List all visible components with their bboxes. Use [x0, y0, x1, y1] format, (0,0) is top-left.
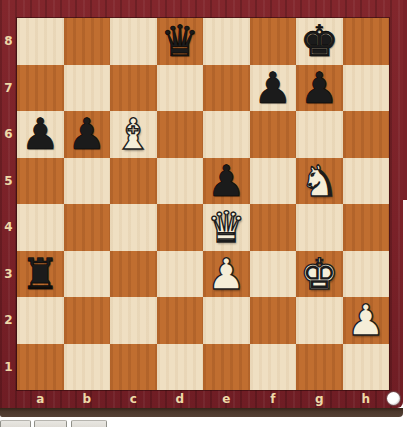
bottom-button-1[interactable]: [0, 420, 31, 427]
square-c8[interactable]: [110, 18, 157, 65]
rank-label-4: 4: [0, 204, 17, 251]
square-d5[interactable]: [157, 158, 204, 205]
square-f3[interactable]: [250, 251, 297, 298]
board-shadow: [0, 408, 403, 417]
square-f4[interactable]: [250, 204, 297, 251]
file-label-d: d: [157, 390, 204, 408]
file-label-h: h: [343, 390, 390, 408]
square-b4[interactable]: [64, 204, 111, 251]
square-h1[interactable]: [343, 344, 390, 391]
piece-black-pawn-f7[interactable]: ♟: [253, 65, 292, 112]
piece-white-bishop-c6[interactable]: ♝: [114, 111, 153, 158]
file-label-c: c: [110, 390, 157, 408]
rank-label-1: 1: [0, 344, 17, 391]
piece-black-king-g8[interactable]: ♚: [300, 18, 339, 65]
square-h7[interactable]: [343, 65, 390, 112]
square-h3[interactable]: [343, 251, 390, 298]
square-b7[interactable]: [64, 65, 111, 112]
square-f8[interactable]: [250, 18, 297, 65]
square-d6[interactable]: [157, 111, 204, 158]
piece-black-pawn-b6[interactable]: ♟: [67, 111, 106, 158]
square-f5[interactable]: [250, 158, 297, 205]
square-g4[interactable]: [296, 204, 343, 251]
piece-black-pawn-e5[interactable]: ♟: [207, 158, 246, 205]
square-c6[interactable]: ♝: [110, 111, 157, 158]
square-e5[interactable]: ♟: [203, 158, 250, 205]
bottom-button-3[interactable]: [71, 420, 107, 427]
square-h6[interactable]: [343, 111, 390, 158]
rank-label-5: 5: [0, 158, 17, 205]
square-c1[interactable]: [110, 344, 157, 391]
square-a6[interactable]: ♟: [17, 111, 64, 158]
rank-label-8: 8: [0, 18, 17, 65]
square-d7[interactable]: [157, 65, 204, 112]
square-f2[interactable]: [250, 297, 297, 344]
square-b3[interactable]: [64, 251, 111, 298]
square-g7[interactable]: ♟: [296, 65, 343, 112]
square-e3[interactable]: ♟: [203, 251, 250, 298]
square-d1[interactable]: [157, 344, 204, 391]
rank-label-6: 6: [0, 111, 17, 158]
square-b2[interactable]: [64, 297, 111, 344]
square-e1[interactable]: [203, 344, 250, 391]
file-label-g: g: [296, 390, 343, 408]
square-h8[interactable]: [343, 18, 390, 65]
square-e4[interactable]: ♛: [203, 204, 250, 251]
file-label-b: b: [64, 390, 111, 408]
square-d2[interactable]: [157, 297, 204, 344]
square-h2[interactable]: ♟: [343, 297, 390, 344]
square-a3[interactable]: ♜: [17, 251, 64, 298]
piece-black-pawn-g7[interactable]: ♟: [300, 65, 339, 112]
board-grid: ♛♚♟♟♟♟♝♟♞♛♜♟♚♟: [17, 18, 389, 390]
piece-black-rook-a3[interactable]: ♜: [21, 251, 60, 298]
chess-app: ♛♚♟♟♟♟♝♟♞♛♜♟♚♟ 87654321abcdefgh: [0, 0, 407, 427]
square-a2[interactable]: [17, 297, 64, 344]
square-f1[interactable]: [250, 344, 297, 391]
piece-white-knight-g5[interactable]: ♞: [300, 158, 339, 205]
square-g2[interactable]: [296, 297, 343, 344]
square-a5[interactable]: [17, 158, 64, 205]
rank-label-7: 7: [0, 65, 17, 112]
piece-white-pawn-h2[interactable]: ♟: [346, 297, 385, 344]
piece-black-pawn-a6[interactable]: ♟: [21, 111, 60, 158]
square-b6[interactable]: ♟: [64, 111, 111, 158]
square-c7[interactable]: [110, 65, 157, 112]
square-a7[interactable]: [17, 65, 64, 112]
file-label-e: e: [203, 390, 250, 408]
square-b1[interactable]: [64, 344, 111, 391]
square-d3[interactable]: [157, 251, 204, 298]
square-a1[interactable]: [17, 344, 64, 391]
bottom-button-2[interactable]: [34, 420, 67, 427]
square-g5[interactable]: ♞: [296, 158, 343, 205]
square-f6[interactable]: [250, 111, 297, 158]
square-c4[interactable]: [110, 204, 157, 251]
piece-white-queen-e4[interactable]: ♛: [207, 204, 246, 251]
square-d4[interactable]: [157, 204, 204, 251]
square-e8[interactable]: [203, 18, 250, 65]
square-d8[interactable]: ♛: [157, 18, 204, 65]
piece-black-queen-d8[interactable]: ♛: [160, 18, 199, 65]
square-e7[interactable]: [203, 65, 250, 112]
piece-white-king-g3[interactable]: ♚: [300, 251, 339, 298]
square-c3[interactable]: [110, 251, 157, 298]
rank-label-3: 3: [0, 251, 17, 298]
square-e2[interactable]: [203, 297, 250, 344]
square-g6[interactable]: [296, 111, 343, 158]
square-b5[interactable]: [64, 158, 111, 205]
square-a4[interactable]: [17, 204, 64, 251]
square-h4[interactable]: [343, 204, 390, 251]
square-e6[interactable]: [203, 111, 250, 158]
rank-label-2: 2: [0, 297, 17, 344]
square-h5[interactable]: [343, 158, 390, 205]
square-a8[interactable]: [17, 18, 64, 65]
square-b8[interactable]: [64, 18, 111, 65]
square-f7[interactable]: ♟: [250, 65, 297, 112]
square-c5[interactable]: [110, 158, 157, 205]
square-g1[interactable]: [296, 344, 343, 391]
file-label-f: f: [250, 390, 297, 408]
square-g8[interactable]: ♚: [296, 18, 343, 65]
square-g3[interactable]: ♚: [296, 251, 343, 298]
board-border-edge: [403, 0, 407, 200]
square-c2[interactable]: [110, 297, 157, 344]
file-label-a: a: [17, 390, 64, 408]
piece-white-pawn-e3[interactable]: ♟: [207, 251, 246, 298]
chess-board: ♛♚♟♟♟♟♝♟♞♛♜♟♚♟ 87654321abcdefgh: [0, 0, 403, 408]
